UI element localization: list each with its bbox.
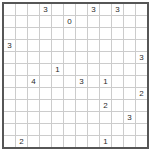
grid-cell[interactable] bbox=[136, 112, 147, 123]
grid-cell[interactable] bbox=[64, 64, 75, 75]
grid-cell[interactable] bbox=[76, 124, 87, 135]
grid-cell[interactable] bbox=[124, 88, 135, 99]
grid-cell[interactable] bbox=[4, 124, 15, 135]
grid-cell[interactable] bbox=[16, 88, 27, 99]
grid-cell[interactable] bbox=[112, 16, 123, 27]
grid-cell[interactable] bbox=[136, 4, 147, 15]
clue-cell: 1 bbox=[100, 136, 111, 147]
grid-cell[interactable] bbox=[76, 4, 87, 15]
grid-cell[interactable] bbox=[124, 64, 135, 75]
grid-cell[interactable] bbox=[52, 4, 63, 15]
grid-cell[interactable] bbox=[112, 112, 123, 123]
grid-cell[interactable] bbox=[52, 136, 63, 147]
grid-cell[interactable] bbox=[112, 28, 123, 39]
grid-cell[interactable] bbox=[136, 64, 147, 75]
grid-cell[interactable] bbox=[4, 52, 15, 63]
grid-cell[interactable] bbox=[88, 40, 99, 51]
grid-cell[interactable] bbox=[88, 64, 99, 75]
grid-cell[interactable] bbox=[76, 100, 87, 111]
grid-cell[interactable] bbox=[100, 88, 111, 99]
clue-cell: 0 bbox=[64, 16, 75, 27]
grid-cell[interactable] bbox=[100, 28, 111, 39]
grid-cell[interactable] bbox=[88, 112, 99, 123]
grid-cell[interactable] bbox=[16, 76, 27, 87]
grid-cell[interactable] bbox=[64, 124, 75, 135]
grid-cell[interactable] bbox=[100, 16, 111, 27]
grid-cell[interactable] bbox=[16, 16, 27, 27]
grid-cell[interactable] bbox=[64, 112, 75, 123]
grid-cell[interactable] bbox=[52, 112, 63, 123]
grid-cell[interactable] bbox=[28, 112, 39, 123]
clue-cell: 1 bbox=[100, 76, 111, 87]
grid-cell[interactable] bbox=[4, 88, 15, 99]
grid-cell[interactable] bbox=[88, 76, 99, 87]
grid-cell[interactable] bbox=[52, 16, 63, 27]
grid-cell[interactable] bbox=[28, 100, 39, 111]
clue-cell: 3 bbox=[40, 4, 51, 15]
grid-cell[interactable] bbox=[76, 88, 87, 99]
grid-cell[interactable] bbox=[124, 124, 135, 135]
grid-cell[interactable] bbox=[4, 100, 15, 111]
grid-cell[interactable] bbox=[64, 4, 75, 15]
minesweeper-board: 333033143122321 bbox=[2, 2, 149, 149]
grid-cell[interactable] bbox=[136, 28, 147, 39]
grid-cell[interactable] bbox=[124, 28, 135, 39]
grid-cell[interactable] bbox=[76, 136, 87, 147]
grid-cell[interactable] bbox=[88, 28, 99, 39]
grid-cell[interactable] bbox=[124, 136, 135, 147]
clue-cell: 1 bbox=[52, 64, 63, 75]
grid-cell[interactable] bbox=[112, 88, 123, 99]
grid-cell[interactable] bbox=[16, 124, 27, 135]
grid-cell[interactable] bbox=[88, 136, 99, 147]
grid-cell[interactable] bbox=[52, 100, 63, 111]
clue-cell: 2 bbox=[16, 136, 27, 147]
grid-cell[interactable] bbox=[100, 4, 111, 15]
grid-cell[interactable] bbox=[28, 52, 39, 63]
grid-cell[interactable] bbox=[76, 64, 87, 75]
grid-cell[interactable] bbox=[40, 76, 51, 87]
grid-cell[interactable] bbox=[124, 52, 135, 63]
grid-cell[interactable] bbox=[40, 52, 51, 63]
grid-cell[interactable] bbox=[28, 136, 39, 147]
grid-cell[interactable] bbox=[40, 16, 51, 27]
grid-cell[interactable] bbox=[28, 64, 39, 75]
grid-cell[interactable] bbox=[52, 124, 63, 135]
grid-cell[interactable] bbox=[112, 76, 123, 87]
grid-cell[interactable] bbox=[64, 40, 75, 51]
grid-cell[interactable] bbox=[4, 64, 15, 75]
grid-cell[interactable] bbox=[88, 88, 99, 99]
grid-cell[interactable] bbox=[40, 40, 51, 51]
grid-cell[interactable] bbox=[16, 28, 27, 39]
grid-cell[interactable] bbox=[136, 136, 147, 147]
grid-cell[interactable] bbox=[124, 4, 135, 15]
grid-cell[interactable] bbox=[76, 52, 87, 63]
grid-cell[interactable] bbox=[40, 28, 51, 39]
grid-cell[interactable] bbox=[136, 76, 147, 87]
grid-cell[interactable] bbox=[124, 100, 135, 111]
grid-cell[interactable] bbox=[4, 112, 15, 123]
grid-cell[interactable] bbox=[16, 40, 27, 51]
grid-cell[interactable] bbox=[40, 88, 51, 99]
grid-cell[interactable] bbox=[136, 40, 147, 51]
grid-cell[interactable] bbox=[88, 100, 99, 111]
grid-cell[interactable] bbox=[28, 124, 39, 135]
grid-cell[interactable] bbox=[4, 16, 15, 27]
grid-cell[interactable] bbox=[16, 64, 27, 75]
grid-cell[interactable] bbox=[28, 16, 39, 27]
grid-cell[interactable] bbox=[124, 16, 135, 27]
grid-cell[interactable] bbox=[4, 136, 15, 147]
grid-cell[interactable] bbox=[100, 124, 111, 135]
clue-cell: 3 bbox=[124, 112, 135, 123]
clue-cell: 3 bbox=[76, 76, 87, 87]
grid-cell[interactable] bbox=[28, 88, 39, 99]
grid-cell[interactable] bbox=[16, 112, 27, 123]
grid-cell[interactable] bbox=[76, 40, 87, 51]
grid-cell[interactable] bbox=[112, 136, 123, 147]
grid-cell[interactable] bbox=[112, 124, 123, 135]
grid-cell[interactable] bbox=[88, 124, 99, 135]
grid-cell[interactable] bbox=[52, 76, 63, 87]
grid-cell[interactable] bbox=[112, 52, 123, 63]
grid-cell[interactable] bbox=[76, 16, 87, 27]
grid-cell[interactable] bbox=[88, 52, 99, 63]
grid-cell[interactable] bbox=[16, 100, 27, 111]
grid-cell[interactable] bbox=[64, 28, 75, 39]
grid-cell[interactable] bbox=[40, 100, 51, 111]
grid-cell[interactable] bbox=[52, 40, 63, 51]
clue-cell: 4 bbox=[28, 76, 39, 87]
grid-cell[interactable] bbox=[28, 4, 39, 15]
grid-cell[interactable] bbox=[16, 4, 27, 15]
grid-cell[interactable] bbox=[52, 88, 63, 99]
grid-cell[interactable] bbox=[136, 100, 147, 111]
grid-cell[interactable] bbox=[100, 112, 111, 123]
grid-cell[interactable] bbox=[64, 136, 75, 147]
grid-cell[interactable] bbox=[28, 28, 39, 39]
clue-cell: 3 bbox=[136, 52, 147, 63]
grid-cell[interactable] bbox=[40, 64, 51, 75]
grid-cell[interactable] bbox=[40, 124, 51, 135]
grid-cell[interactable] bbox=[4, 28, 15, 39]
grid-cell[interactable] bbox=[52, 52, 63, 63]
minesweeper-board-wrap: 333033143122321 bbox=[2, 2, 149, 149]
clue-cell: 2 bbox=[100, 100, 111, 111]
grid-cell[interactable] bbox=[112, 64, 123, 75]
grid-cell[interactable] bbox=[16, 52, 27, 63]
grid-cell[interactable] bbox=[88, 16, 99, 27]
grid-cell[interactable] bbox=[136, 124, 147, 135]
grid-cell[interactable] bbox=[112, 40, 123, 51]
grid-cell[interactable] bbox=[64, 76, 75, 87]
grid-cell[interactable] bbox=[124, 40, 135, 51]
grid-cell[interactable] bbox=[64, 88, 75, 99]
grid-cell[interactable] bbox=[28, 40, 39, 51]
grid-cell[interactable] bbox=[4, 4, 15, 15]
grid-cell[interactable] bbox=[52, 28, 63, 39]
grid-cell[interactable] bbox=[100, 64, 111, 75]
grid-cell[interactable] bbox=[100, 40, 111, 51]
grid-cell[interactable] bbox=[76, 28, 87, 39]
grid-cell[interactable] bbox=[112, 100, 123, 111]
grid-cell[interactable] bbox=[64, 52, 75, 63]
clue-cell: 3 bbox=[112, 4, 123, 15]
grid-cell[interactable] bbox=[40, 136, 51, 147]
clue-cell: 2 bbox=[136, 88, 147, 99]
grid-cell[interactable] bbox=[76, 112, 87, 123]
grid-cell[interactable] bbox=[124, 76, 135, 87]
grid-cell[interactable] bbox=[64, 100, 75, 111]
grid-cell[interactable] bbox=[100, 52, 111, 63]
clue-cell: 3 bbox=[4, 40, 15, 51]
grid-cell[interactable] bbox=[136, 16, 147, 27]
grid-cell[interactable] bbox=[40, 112, 51, 123]
grid-cell[interactable] bbox=[4, 76, 15, 87]
clue-cell: 3 bbox=[88, 4, 99, 15]
